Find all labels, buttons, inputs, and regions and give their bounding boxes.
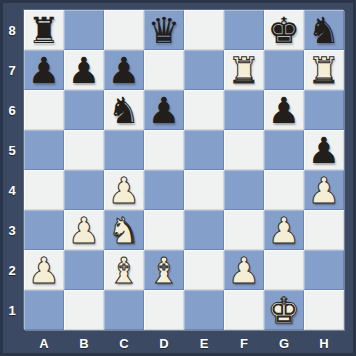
square-h8[interactable]: ♞ [304, 10, 344, 50]
square-g5[interactable] [264, 130, 304, 170]
piece-white-pawn[interactable]: ♟ [224, 250, 264, 290]
square-f2[interactable]: ♟ [224, 250, 264, 290]
piece-white-pawn[interactable]: ♟ [264, 210, 304, 250]
square-c6[interactable]: ♞ [104, 90, 144, 130]
square-c8[interactable] [104, 10, 144, 50]
square-h3[interactable] [304, 210, 344, 250]
square-h5[interactable]: ♟ [304, 130, 344, 170]
square-a8[interactable]: ♜ [24, 10, 64, 50]
file-labels-gutter: ABCDEFGH [24, 330, 344, 356]
file-label-h: H [304, 330, 344, 356]
square-c7[interactable]: ♟ [104, 50, 144, 90]
piece-white-knight[interactable]: ♞ [104, 210, 144, 250]
square-f1[interactable] [224, 290, 264, 330]
square-d7[interactable] [144, 50, 184, 90]
square-c1[interactable] [104, 290, 144, 330]
file-label-c: C [104, 330, 144, 356]
piece-white-bishop[interactable]: ♝ [104, 250, 144, 290]
rank-label-4: 4 [0, 170, 24, 210]
square-c5[interactable] [104, 130, 144, 170]
square-a6[interactable] [24, 90, 64, 130]
piece-black-knight[interactable]: ♞ [304, 10, 344, 50]
piece-black-rook[interactable]: ♜ [24, 10, 64, 50]
square-f3[interactable] [224, 210, 264, 250]
square-c2[interactable]: ♝ [104, 250, 144, 290]
square-e3[interactable] [184, 210, 224, 250]
rank-label-2: 2 [0, 250, 24, 290]
square-g2[interactable] [264, 250, 304, 290]
piece-black-pawn[interactable]: ♟ [264, 90, 304, 130]
square-b1[interactable] [64, 290, 104, 330]
piece-white-rook[interactable]: ♜ [304, 50, 344, 90]
square-b3[interactable]: ♟ [64, 210, 104, 250]
rank-label-1: 1 [0, 290, 24, 330]
piece-black-pawn[interactable]: ♟ [304, 130, 344, 170]
square-b2[interactable] [64, 250, 104, 290]
square-b4[interactable] [64, 170, 104, 210]
piece-white-king[interactable]: ♚ [264, 290, 304, 330]
square-f4[interactable] [224, 170, 264, 210]
file-label-g: G [264, 330, 304, 356]
piece-white-pawn[interactable]: ♟ [24, 250, 64, 290]
square-e7[interactable] [184, 50, 224, 90]
square-g1[interactable]: ♚ [264, 290, 304, 330]
chess-board: ♜♛♚♞♟♟♟♜♜♞♟♟♟♟♟♟♞♟♟♝♝♟♚ [24, 10, 344, 330]
square-b7[interactable]: ♟ [64, 50, 104, 90]
square-f5[interactable] [224, 130, 264, 170]
piece-white-pawn[interactable]: ♟ [64, 210, 104, 250]
square-d8[interactable]: ♛ [144, 10, 184, 50]
square-d6[interactable]: ♟ [144, 90, 184, 130]
square-b6[interactable] [64, 90, 104, 130]
piece-black-pawn[interactable]: ♟ [144, 90, 184, 130]
square-e2[interactable] [184, 250, 224, 290]
square-h1[interactable] [304, 290, 344, 330]
square-e4[interactable] [184, 170, 224, 210]
square-a3[interactable] [24, 210, 64, 250]
square-g3[interactable]: ♟ [264, 210, 304, 250]
piece-white-rook[interactable]: ♜ [224, 50, 264, 90]
piece-white-bishop[interactable]: ♝ [144, 250, 184, 290]
piece-black-king[interactable]: ♚ [264, 10, 304, 50]
rank-label-3: 3 [0, 210, 24, 250]
file-label-f: F [224, 330, 264, 356]
square-a1[interactable] [24, 290, 64, 330]
square-g7[interactable] [264, 50, 304, 90]
file-label-b: B [64, 330, 104, 356]
square-a7[interactable]: ♟ [24, 50, 64, 90]
piece-black-knight[interactable]: ♞ [104, 90, 144, 130]
square-h2[interactable] [304, 250, 344, 290]
rank-label-8: 8 [0, 10, 24, 50]
piece-white-pawn[interactable]: ♟ [304, 170, 344, 210]
file-label-d: D [144, 330, 184, 356]
file-label-e: E [184, 330, 224, 356]
square-h6[interactable] [304, 90, 344, 130]
square-c3[interactable]: ♞ [104, 210, 144, 250]
square-d3[interactable] [144, 210, 184, 250]
square-d1[interactable] [144, 290, 184, 330]
rank-label-5: 5 [0, 130, 24, 170]
rank-labels-gutter: 87654321 [0, 10, 24, 330]
square-e8[interactable] [184, 10, 224, 50]
square-b5[interactable] [64, 130, 104, 170]
square-d4[interactable] [144, 170, 184, 210]
square-f8[interactable] [224, 10, 264, 50]
square-e6[interactable] [184, 90, 224, 130]
rank-label-6: 6 [0, 90, 24, 130]
square-d2[interactable]: ♝ [144, 250, 184, 290]
square-f7[interactable]: ♜ [224, 50, 264, 90]
square-g8[interactable]: ♚ [264, 10, 304, 50]
piece-black-pawn[interactable]: ♟ [24, 50, 64, 90]
chess-board-frame: 87654321 ♜♛♚♞♟♟♟♜♜♞♟♟♟♟♟♟♞♟♟♝♝♟♚ ABCDEFG… [0, 0, 356, 356]
square-g4[interactable] [264, 170, 304, 210]
rank-label-7: 7 [0, 50, 24, 90]
square-c4[interactable]: ♟ [104, 170, 144, 210]
square-e1[interactable] [184, 290, 224, 330]
piece-black-pawn[interactable]: ♟ [64, 50, 104, 90]
square-d5[interactable] [144, 130, 184, 170]
square-a5[interactable] [24, 130, 64, 170]
square-b8[interactable] [64, 10, 104, 50]
square-h4[interactable]: ♟ [304, 170, 344, 210]
square-a4[interactable] [24, 170, 64, 210]
square-g6[interactable]: ♟ [264, 90, 304, 130]
piece-black-pawn[interactable]: ♟ [104, 50, 144, 90]
square-h7[interactable]: ♜ [304, 50, 344, 90]
piece-white-pawn[interactable]: ♟ [104, 170, 144, 210]
square-e5[interactable] [184, 130, 224, 170]
square-f6[interactable] [224, 90, 264, 130]
piece-black-queen[interactable]: ♛ [144, 10, 184, 50]
square-a2[interactable]: ♟ [24, 250, 64, 290]
file-label-a: A [24, 330, 64, 356]
